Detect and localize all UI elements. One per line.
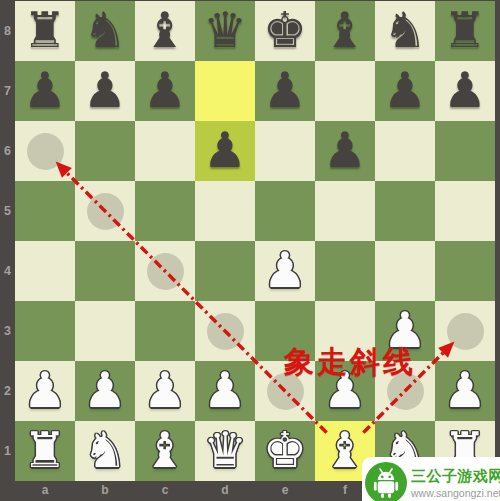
rank-label-7: 7	[0, 61, 15, 121]
square-h4[interactable]	[435, 241, 495, 301]
square-h7[interactable]: ♟	[435, 61, 495, 121]
black-rook[interactable]: ♜	[15, 1, 75, 61]
square-e7[interactable]: ♟	[255, 61, 315, 121]
square-a4[interactable]	[15, 241, 75, 301]
black-king[interactable]: ♚	[255, 1, 315, 61]
chess-board[interactable]: ♜♞♝♛♚♝♞♜♟♟♟♟♟♟♟♟♟♟♟♟♟♟♟♟♜♞♝♛♚♝♞♜	[15, 1, 495, 481]
black-pawn[interactable]: ♟	[435, 61, 495, 121]
black-knight[interactable]: ♞	[75, 1, 135, 61]
square-g5[interactable]	[375, 181, 435, 241]
square-h2[interactable]: ♟	[435, 361, 495, 421]
rank-label-4: 4	[0, 241, 15, 301]
site-url: www.sangongzi.net	[411, 487, 500, 499]
move-hint-dot-a6[interactable]	[27, 133, 64, 170]
black-bishop[interactable]: ♝	[135, 1, 195, 61]
square-e1[interactable]: ♚	[255, 421, 315, 481]
black-pawn[interactable]: ♟	[255, 61, 315, 121]
square-a2[interactable]: ♟	[15, 361, 75, 421]
white-pawn[interactable]: ♟	[15, 361, 75, 421]
white-knight[interactable]: ♞	[75, 421, 135, 481]
move-hint-dot-d3[interactable]	[207, 313, 244, 350]
site-watermark: 三公子游戏网 www.sangongzi.net	[362, 457, 500, 501]
square-c4[interactable]	[135, 241, 195, 301]
square-g8[interactable]: ♞	[375, 1, 435, 61]
square-d4[interactable]	[195, 241, 255, 301]
black-pawn[interactable]: ♟	[315, 121, 375, 181]
rank-label-2: 2	[0, 361, 15, 421]
annotation-text: 象走斜线	[276, 342, 424, 383]
square-g7[interactable]: ♟	[375, 61, 435, 121]
black-queen[interactable]: ♛	[195, 1, 255, 61]
black-pawn[interactable]: ♟	[195, 121, 255, 181]
square-h5[interactable]	[435, 181, 495, 241]
square-g4[interactable]	[375, 241, 435, 301]
file-label-c: c	[135, 481, 195, 501]
white-rook[interactable]: ♜	[15, 421, 75, 481]
black-rook[interactable]: ♜	[435, 1, 495, 61]
square-b6[interactable]	[75, 121, 135, 181]
rank-label-8: 8	[0, 1, 15, 61]
square-h8[interactable]: ♜	[435, 1, 495, 61]
square-b1[interactable]: ♞	[75, 421, 135, 481]
square-c7[interactable]: ♟	[135, 61, 195, 121]
square-f7[interactable]	[315, 61, 375, 121]
square-d3[interactable]	[195, 301, 255, 361]
square-d1[interactable]: ♛	[195, 421, 255, 481]
square-e6[interactable]	[255, 121, 315, 181]
android-robot-icon	[365, 462, 407, 501]
move-hint-dot-b5[interactable]	[87, 193, 124, 230]
square-h6[interactable]	[435, 121, 495, 181]
square-b4[interactable]	[75, 241, 135, 301]
move-hint-dot-c4[interactable]	[147, 253, 184, 290]
white-queen[interactable]: ♛	[195, 421, 255, 481]
square-b5[interactable]	[75, 181, 135, 241]
square-d2[interactable]: ♟	[195, 361, 255, 421]
chess-app-window: ♜♞♝♛♚♝♞♜♟♟♟♟♟♟♟♟♟♟♟♟♟♟♟♟♜♞♝♛♚♝♞♜ 8765432…	[0, 0, 500, 501]
file-label-b: b	[75, 481, 135, 501]
square-c1[interactable]: ♝	[135, 421, 195, 481]
square-f6[interactable]: ♟	[315, 121, 375, 181]
black-knight[interactable]: ♞	[375, 1, 435, 61]
white-pawn[interactable]: ♟	[135, 361, 195, 421]
white-pawn[interactable]: ♟	[195, 361, 255, 421]
square-c5[interactable]	[135, 181, 195, 241]
rank-label-5: 5	[0, 181, 15, 241]
square-d8[interactable]: ♛	[195, 1, 255, 61]
white-pawn[interactable]: ♟	[255, 241, 315, 301]
rank-label-6: 6	[0, 121, 15, 181]
white-pawn[interactable]: ♟	[75, 361, 135, 421]
square-c3[interactable]	[135, 301, 195, 361]
square-a3[interactable]	[15, 301, 75, 361]
square-b8[interactable]: ♞	[75, 1, 135, 61]
square-a8[interactable]: ♜	[15, 1, 75, 61]
square-c6[interactable]	[135, 121, 195, 181]
black-pawn[interactable]: ♟	[75, 61, 135, 121]
white-king[interactable]: ♚	[255, 421, 315, 481]
watermark-text: 三公子游戏网 www.sangongzi.net	[411, 467, 500, 499]
file-label-e: e	[255, 481, 315, 501]
square-b7[interactable]: ♟	[75, 61, 135, 121]
square-b2[interactable]: ♟	[75, 361, 135, 421]
black-pawn[interactable]: ♟	[375, 61, 435, 121]
square-d5[interactable]	[195, 181, 255, 241]
square-b3[interactable]	[75, 301, 135, 361]
file-label-d: d	[195, 481, 255, 501]
white-pawn[interactable]: ♟	[435, 361, 495, 421]
square-f4[interactable]	[315, 241, 375, 301]
square-a1[interactable]: ♜	[15, 421, 75, 481]
square-g6[interactable]	[375, 121, 435, 181]
square-e5[interactable]	[255, 181, 315, 241]
black-bishop[interactable]: ♝	[315, 1, 375, 61]
square-c8[interactable]: ♝	[135, 1, 195, 61]
square-d6[interactable]: ♟	[195, 121, 255, 181]
rank-label-3: 3	[0, 301, 15, 361]
square-e4[interactable]: ♟	[255, 241, 315, 301]
square-c2[interactable]: ♟	[135, 361, 195, 421]
site-name: 三公子游戏网	[411, 467, 500, 486]
white-bishop[interactable]: ♝	[135, 421, 195, 481]
square-d7[interactable]	[195, 61, 255, 121]
square-a7[interactable]: ♟	[15, 61, 75, 121]
square-h3[interactable]	[435, 301, 495, 361]
square-a6[interactable]	[15, 121, 75, 181]
black-pawn[interactable]: ♟	[135, 61, 195, 121]
move-hint-dot-h3[interactable]	[447, 313, 484, 350]
square-a5[interactable]	[15, 181, 75, 241]
square-f8[interactable]: ♝	[315, 1, 375, 61]
square-f5[interactable]	[315, 181, 375, 241]
rank-label-1: 1	[0, 421, 15, 481]
file-label-a: a	[15, 481, 75, 501]
square-e8[interactable]: ♚	[255, 1, 315, 61]
black-pawn[interactable]: ♟	[15, 61, 75, 121]
